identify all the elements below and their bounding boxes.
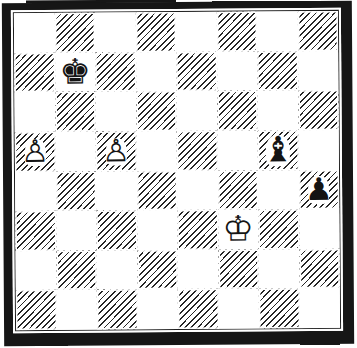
square-c3[interactable] [96, 210, 137, 250]
square-f3[interactable]: ♔ [218, 210, 259, 250]
square-h4[interactable]: ♟ [298, 169, 339, 209]
square-g2[interactable] [259, 249, 300, 289]
square-f8[interactable] [216, 11, 257, 51]
square-a6[interactable] [14, 92, 55, 132]
square-a7[interactable] [14, 52, 55, 92]
square-f2[interactable] [218, 249, 259, 289]
square-f5[interactable] [217, 130, 258, 170]
square-c2[interactable] [97, 250, 138, 290]
square-b1[interactable] [56, 290, 97, 330]
piece-white-pawn[interactable]: ♙ [21, 136, 49, 167]
square-c4[interactable] [96, 171, 137, 211]
piece-black-king[interactable]: ♚ [59, 55, 91, 90]
square-g6[interactable] [257, 90, 298, 130]
square-g8[interactable] [257, 11, 298, 51]
square-c1[interactable] [97, 290, 138, 330]
square-a8[interactable] [14, 13, 55, 53]
square-b8[interactable] [54, 13, 95, 53]
board-frame-inner-rule: ♚♙♙♝♟♔ [11, 8, 343, 333]
square-d6[interactable] [136, 91, 177, 131]
chess-board-frame: ♚♙♙♝♟♔ [2, 1, 354, 346]
piece-black-pawn[interactable]: ♟ [305, 174, 333, 205]
square-d7[interactable] [136, 52, 177, 92]
square-e2[interactable] [178, 249, 219, 289]
square-d5[interactable] [136, 131, 177, 171]
square-h6[interactable] [298, 90, 339, 130]
square-h2[interactable] [299, 249, 340, 289]
square-h3[interactable] [299, 209, 340, 249]
piece-white-king[interactable]: ♔ [222, 212, 254, 247]
square-b7[interactable]: ♚ [55, 52, 96, 92]
square-e3[interactable] [177, 210, 218, 250]
square-f7[interactable] [217, 51, 258, 91]
square-g3[interactable] [258, 209, 299, 249]
square-h8[interactable] [297, 11, 338, 51]
square-b5[interactable] [55, 131, 96, 171]
square-e1[interactable] [178, 289, 219, 329]
square-e7[interactable] [176, 51, 217, 91]
square-f6[interactable] [217, 91, 258, 131]
square-d1[interactable] [137, 289, 178, 329]
square-d2[interactable] [137, 250, 178, 290]
board-inner: ♚♙♙♝♟♔ [13, 10, 341, 331]
square-e5[interactable] [177, 131, 218, 171]
square-b3[interactable] [56, 211, 97, 251]
square-b4[interactable] [55, 171, 96, 211]
square-d4[interactable] [136, 171, 177, 211]
square-b2[interactable] [56, 250, 97, 290]
square-g7[interactable] [257, 51, 298, 91]
square-h5[interactable] [298, 130, 339, 170]
square-g5[interactable]: ♝ [258, 130, 299, 170]
square-c5[interactable]: ♙ [96, 131, 137, 171]
square-a3[interactable] [15, 211, 56, 251]
square-e4[interactable] [177, 170, 218, 210]
square-f4[interactable] [217, 170, 258, 210]
square-c6[interactable] [95, 92, 136, 132]
piece-black-bishop[interactable]: ♝ [262, 132, 294, 167]
chess-board: ♚♙♙♝♟♔ [14, 11, 340, 330]
piece-white-pawn[interactable]: ♙ [102, 136, 130, 167]
square-c8[interactable] [95, 12, 136, 52]
square-a2[interactable] [16, 251, 57, 291]
square-g1[interactable] [259, 289, 300, 329]
page: ♚♙♙♝♟♔ [0, 0, 357, 348]
square-b6[interactable] [55, 92, 96, 132]
square-d3[interactable] [137, 210, 178, 250]
square-a1[interactable] [16, 290, 57, 330]
square-e6[interactable] [176, 91, 217, 131]
square-e8[interactable] [176, 12, 217, 52]
square-a5[interactable]: ♙ [15, 132, 56, 172]
square-f1[interactable] [218, 289, 259, 329]
square-g4[interactable] [258, 170, 299, 210]
square-h1[interactable] [299, 288, 340, 328]
square-a4[interactable] [15, 171, 56, 211]
square-c7[interactable] [95, 52, 136, 92]
square-h7[interactable] [298, 51, 339, 91]
square-d8[interactable] [135, 12, 176, 52]
